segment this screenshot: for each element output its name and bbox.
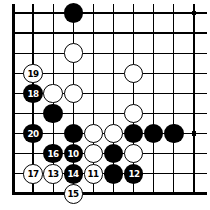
- stone-black-move-16: 16: [43, 144, 63, 164]
- stone-white-move-13: 13: [43, 164, 63, 184]
- grid-hline: [12, 12, 208, 13]
- stone-black: [164, 124, 184, 144]
- grid-hline: [12, 53, 208, 54]
- stone-black-move-14: 14: [64, 164, 84, 184]
- stone-number-label: 12: [128, 169, 139, 179]
- hoshi-star-point-icon: [192, 11, 196, 15]
- board-bottom-edge-line: [12, 192, 208, 195]
- stone-black: [104, 164, 124, 184]
- stone-number-label: 16: [48, 149, 59, 159]
- stone-black-move-18: 18: [23, 84, 43, 104]
- grid-hline: [12, 32, 208, 33]
- stone-black-move-10: 10: [64, 144, 84, 164]
- stone-black: [124, 124, 144, 144]
- stone-black: [43, 104, 63, 124]
- stone-white: [84, 124, 104, 144]
- stone-white: [64, 84, 84, 104]
- stone-number-label: 18: [28, 89, 39, 99]
- stone-number-label: 19: [28, 69, 39, 79]
- stone-black: [144, 124, 164, 144]
- stone-number-label: 10: [68, 149, 79, 159]
- stone-white-move-17: 17: [23, 164, 43, 184]
- stone-white-move-11: 11: [84, 164, 104, 184]
- stone-white: [84, 144, 104, 164]
- stone-white-move-19: 19: [23, 64, 43, 84]
- go-board[interactable]: 1918201610171314111215: [0, 0, 210, 210]
- stone-number-label: 17: [28, 169, 39, 179]
- stone-black: [64, 124, 84, 144]
- stone-number-label: 15: [68, 189, 79, 199]
- stone-black-move-12: 12: [124, 164, 144, 184]
- stone-black-move-20: 20: [23, 124, 43, 144]
- stone-black: [104, 144, 124, 164]
- stone-black: [64, 3, 84, 23]
- hoshi-star-point-icon: [192, 131, 196, 135]
- stone-number-label: 20: [28, 129, 39, 139]
- stone-white: [124, 144, 144, 164]
- stone-white: [64, 43, 84, 63]
- stone-number-label: 14: [68, 169, 79, 179]
- stone-white-move-15: 15: [64, 184, 84, 204]
- stone-white: [124, 64, 144, 84]
- stone-white: [104, 124, 124, 144]
- stone-white: [124, 104, 144, 124]
- stone-white: [43, 84, 63, 104]
- stone-number-label: 13: [48, 169, 59, 179]
- grid-hline: [12, 113, 208, 114]
- stone-number-label: 11: [88, 169, 99, 179]
